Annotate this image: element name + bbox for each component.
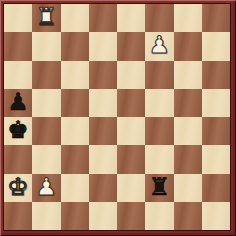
square-g5[interactable] (174, 89, 202, 117)
white-king-piece[interactable]: ♚ (7, 175, 29, 199)
square-h8[interactable] (202, 4, 230, 32)
square-c1[interactable] (61, 202, 89, 230)
square-h1[interactable] (202, 202, 230, 230)
square-b2[interactable]: ♟ (32, 174, 60, 202)
square-f2[interactable]: ♜ (145, 174, 173, 202)
square-b5[interactable] (32, 89, 60, 117)
square-h4[interactable] (202, 117, 230, 145)
square-d7[interactable] (89, 32, 117, 60)
square-b6[interactable] (32, 61, 60, 89)
square-d2[interactable] (89, 174, 117, 202)
square-e8[interactable] (117, 4, 145, 32)
square-f4[interactable] (145, 117, 173, 145)
square-g6[interactable] (174, 61, 202, 89)
square-c4[interactable] (61, 117, 89, 145)
white-rook-piece[interactable]: ♜ (36, 5, 58, 29)
square-h3[interactable] (202, 145, 230, 173)
square-b7[interactable] (32, 32, 60, 60)
square-f6[interactable] (145, 61, 173, 89)
square-d5[interactable] (89, 89, 117, 117)
square-a8[interactable] (4, 4, 32, 32)
square-a1[interactable] (4, 202, 32, 230)
square-e5[interactable] (117, 89, 145, 117)
square-c6[interactable] (61, 61, 89, 89)
white-pawn-piece[interactable]: ♟ (36, 175, 58, 199)
square-c2[interactable] (61, 174, 89, 202)
square-f1[interactable] (145, 202, 173, 230)
square-a4[interactable]: ♚ (4, 117, 32, 145)
square-d8[interactable] (89, 4, 117, 32)
square-h5[interactable] (202, 89, 230, 117)
square-e1[interactable] (117, 202, 145, 230)
board-frame: ♜♟♟♚♚♟♜ (0, 0, 236, 236)
square-c8[interactable] (61, 4, 89, 32)
black-king-piece[interactable]: ♚ (7, 118, 29, 142)
square-a7[interactable] (4, 32, 32, 60)
square-g4[interactable] (174, 117, 202, 145)
square-g7[interactable] (174, 32, 202, 60)
black-pawn-piece[interactable]: ♟ (7, 90, 29, 114)
square-e3[interactable] (117, 145, 145, 173)
square-e7[interactable] (117, 32, 145, 60)
square-b3[interactable] (32, 145, 60, 173)
square-d4[interactable] (89, 117, 117, 145)
square-g1[interactable] (174, 202, 202, 230)
square-f8[interactable] (145, 4, 173, 32)
square-g8[interactable] (174, 4, 202, 32)
square-b8[interactable]: ♜ (32, 4, 60, 32)
square-a6[interactable] (4, 61, 32, 89)
square-a3[interactable] (4, 145, 32, 173)
square-e4[interactable] (117, 117, 145, 145)
square-g3[interactable] (174, 145, 202, 173)
square-a2[interactable]: ♚ (4, 174, 32, 202)
square-d6[interactable] (89, 61, 117, 89)
square-b1[interactable] (32, 202, 60, 230)
square-c7[interactable] (61, 32, 89, 60)
square-a5[interactable]: ♟ (4, 89, 32, 117)
chess-board: ♜♟♟♚♚♟♜ (3, 3, 231, 231)
square-e2[interactable] (117, 174, 145, 202)
black-rook-piece[interactable]: ♜ (149, 175, 171, 199)
chess-app: ♜♟♟♚♚♟♜ (0, 0, 236, 236)
square-f7[interactable]: ♟ (145, 32, 173, 60)
square-g2[interactable] (174, 174, 202, 202)
square-h2[interactable] (202, 174, 230, 202)
white-pawn-piece[interactable]: ♟ (149, 33, 171, 57)
square-d1[interactable] (89, 202, 117, 230)
square-h6[interactable] (202, 61, 230, 89)
square-h7[interactable] (202, 32, 230, 60)
square-e6[interactable] (117, 61, 145, 89)
square-c5[interactable] (61, 89, 89, 117)
square-d3[interactable] (89, 145, 117, 173)
square-f5[interactable] (145, 89, 173, 117)
square-b4[interactable] (32, 117, 60, 145)
square-c3[interactable] (61, 145, 89, 173)
square-f3[interactable] (145, 145, 173, 173)
